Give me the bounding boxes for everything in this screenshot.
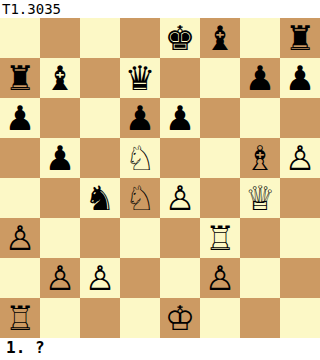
piece-white-pawn: ♙	[5, 218, 35, 258]
square-c3[interactable]	[80, 218, 120, 258]
square-a6[interactable]: ♟	[0, 98, 40, 138]
square-h6[interactable]	[280, 98, 320, 138]
piece-white-queen: ♕	[245, 178, 275, 218]
square-d3[interactable]	[120, 218, 160, 258]
puzzle-id: T1.3035	[2, 0, 61, 18]
square-f7[interactable]	[200, 58, 240, 98]
square-h5[interactable]: ♙	[280, 138, 320, 178]
square-h4[interactable]	[280, 178, 320, 218]
piece-black-bishop: ♝	[205, 18, 235, 58]
square-g6[interactable]	[240, 98, 280, 138]
square-g3[interactable]	[240, 218, 280, 258]
square-a3[interactable]: ♙	[0, 218, 40, 258]
square-c4[interactable]: ♞	[80, 178, 120, 218]
piece-black-rook: ♜	[285, 18, 315, 58]
piece-white-rook: ♖	[205, 218, 235, 258]
square-e1[interactable]: ♔	[160, 298, 200, 338]
square-e4[interactable]: ♙	[160, 178, 200, 218]
square-f8[interactable]: ♝	[200, 18, 240, 58]
square-a2[interactable]	[0, 258, 40, 298]
square-g2[interactable]	[240, 258, 280, 298]
square-c8[interactable]	[80, 18, 120, 58]
piece-white-pawn: ♙	[45, 258, 75, 298]
square-h1[interactable]	[280, 298, 320, 338]
square-c6[interactable]	[80, 98, 120, 138]
piece-white-pawn: ♙	[85, 258, 115, 298]
square-f4[interactable]	[200, 178, 240, 218]
square-g4[interactable]: ♕	[240, 178, 280, 218]
square-f5[interactable]	[200, 138, 240, 178]
square-d5[interactable]: ♘	[120, 138, 160, 178]
square-e6[interactable]: ♟	[160, 98, 200, 138]
square-d7[interactable]: ♛	[120, 58, 160, 98]
square-g1[interactable]	[240, 298, 280, 338]
square-a7[interactable]: ♜	[0, 58, 40, 98]
square-e3[interactable]	[160, 218, 200, 258]
square-b7[interactable]: ♝	[40, 58, 80, 98]
square-c5[interactable]	[80, 138, 120, 178]
square-f6[interactable]	[200, 98, 240, 138]
square-b2[interactable]: ♙	[40, 258, 80, 298]
piece-white-king: ♔	[165, 298, 195, 338]
square-g8[interactable]	[240, 18, 280, 58]
piece-black-pawn: ♟	[165, 98, 195, 138]
square-h3[interactable]	[280, 218, 320, 258]
square-a1[interactable]: ♖	[0, 298, 40, 338]
chess-board: ♚♝♜♜♝♛♟♟♟♟♟♟♘♗♙♞♘♙♕♙♖♙♙♙♖♔	[0, 18, 320, 338]
piece-black-pawn: ♟	[245, 58, 275, 98]
square-e7[interactable]	[160, 58, 200, 98]
square-h8[interactable]: ♜	[280, 18, 320, 58]
square-f1[interactable]	[200, 298, 240, 338]
square-h7[interactable]: ♟	[280, 58, 320, 98]
square-f2[interactable]: ♙	[200, 258, 240, 298]
square-e8[interactable]: ♚	[160, 18, 200, 58]
piece-black-rook: ♜	[5, 58, 35, 98]
square-f3[interactable]: ♖	[200, 218, 240, 258]
square-b8[interactable]	[40, 18, 80, 58]
square-c7[interactable]	[80, 58, 120, 98]
piece-black-pawn: ♟	[45, 138, 75, 178]
square-c2[interactable]: ♙	[80, 258, 120, 298]
piece-white-knight: ♘	[125, 178, 155, 218]
square-d8[interactable]	[120, 18, 160, 58]
square-b1[interactable]	[40, 298, 80, 338]
square-d2[interactable]	[120, 258, 160, 298]
square-b4[interactable]	[40, 178, 80, 218]
square-b6[interactable]	[40, 98, 80, 138]
square-a8[interactable]	[0, 18, 40, 58]
piece-black-king: ♚	[165, 18, 195, 58]
piece-black-pawn: ♟	[285, 58, 315, 98]
square-g5[interactable]: ♗	[240, 138, 280, 178]
square-g7[interactable]: ♟	[240, 58, 280, 98]
square-b3[interactable]	[40, 218, 80, 258]
piece-black-pawn: ♟	[5, 98, 35, 138]
piece-white-rook: ♖	[5, 298, 35, 338]
square-a5[interactable]	[0, 138, 40, 178]
piece-white-pawn: ♙	[285, 138, 315, 178]
piece-white-bishop: ♗	[245, 138, 275, 178]
piece-black-pawn: ♟	[125, 98, 155, 138]
piece-white-knight: ♘	[125, 138, 155, 178]
square-d1[interactable]	[120, 298, 160, 338]
square-a4[interactable]	[0, 178, 40, 218]
move-prompt: 1. ?	[6, 337, 45, 359]
piece-black-queen: ♛	[125, 58, 155, 98]
square-c1[interactable]	[80, 298, 120, 338]
square-h2[interactable]	[280, 258, 320, 298]
square-e2[interactable]	[160, 258, 200, 298]
square-b5[interactable]: ♟	[40, 138, 80, 178]
piece-black-bishop: ♝	[45, 58, 75, 98]
square-e5[interactable]	[160, 138, 200, 178]
square-d4[interactable]: ♘	[120, 178, 160, 218]
piece-white-pawn: ♙	[165, 178, 195, 218]
piece-black-knight: ♞	[85, 178, 115, 218]
square-d6[interactable]: ♟	[120, 98, 160, 138]
piece-white-pawn: ♙	[205, 258, 235, 298]
